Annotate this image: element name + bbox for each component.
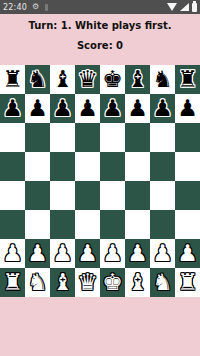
piece-black-king: ♚ xyxy=(102,65,123,94)
piece-white-pawn: ♟ xyxy=(27,239,48,268)
square-d6[interactable] xyxy=(75,123,100,152)
piece-black-pawn: ♟ xyxy=(152,94,173,123)
square-h7[interactable]: ♟ xyxy=(175,94,200,123)
square-b3[interactable] xyxy=(25,210,50,239)
square-d8[interactable]: ♛ xyxy=(75,65,100,94)
piece-black-bishop: ♝ xyxy=(52,65,73,94)
piece-white-pawn: ♟ xyxy=(2,239,23,268)
square-c5[interactable] xyxy=(50,152,75,181)
square-f7[interactable]: ♟ xyxy=(125,94,150,123)
square-f8[interactable]: ♝ xyxy=(125,65,150,94)
square-h6[interactable] xyxy=(175,123,200,152)
square-a7[interactable]: ♟ xyxy=(0,94,25,123)
square-g7[interactable]: ♟ xyxy=(150,94,175,123)
piece-white-pawn: ♟ xyxy=(102,239,123,268)
square-f4[interactable] xyxy=(125,181,150,210)
square-e8[interactable]: ♚ xyxy=(100,65,125,94)
piece-black-pawn: ♟ xyxy=(177,94,198,123)
square-d5[interactable] xyxy=(75,152,100,181)
piece-black-knight: ♞ xyxy=(27,65,48,94)
square-e2[interactable]: ♟ xyxy=(100,239,125,268)
square-g8[interactable]: ♞ xyxy=(150,65,175,94)
square-h5[interactable] xyxy=(175,152,200,181)
piece-white-pawn: ♟ xyxy=(152,239,173,268)
square-d3[interactable] xyxy=(75,210,100,239)
clock-time: 22:40 xyxy=(3,3,27,12)
piece-black-pawn: ♟ xyxy=(27,94,48,123)
square-a5[interactable] xyxy=(0,152,25,181)
piece-white-king: ♚ xyxy=(102,268,123,297)
square-c7[interactable]: ♟ xyxy=(50,94,75,123)
wifi-icon xyxy=(167,3,177,11)
square-g6[interactable] xyxy=(150,123,175,152)
gear-icon: ⚙ xyxy=(32,3,39,11)
square-e3[interactable] xyxy=(100,210,125,239)
square-c3[interactable] xyxy=(50,210,75,239)
piece-black-knight: ♞ xyxy=(152,65,173,94)
square-d1[interactable]: ♛ xyxy=(75,268,100,297)
score-indicator: Score: 0 xyxy=(0,40,200,51)
piece-white-queen: ♛ xyxy=(77,268,98,297)
square-b8[interactable]: ♞ xyxy=(25,65,50,94)
square-d2[interactable]: ♟ xyxy=(75,239,100,268)
square-a2[interactable]: ♟ xyxy=(0,239,25,268)
square-e4[interactable] xyxy=(100,181,125,210)
square-b1[interactable]: ♞ xyxy=(25,268,50,297)
piece-white-pawn: ♟ xyxy=(77,239,98,268)
square-f5[interactable] xyxy=(125,152,150,181)
piece-white-pawn: ♟ xyxy=(177,239,198,268)
square-a1[interactable]: ♜ xyxy=(0,268,25,297)
square-c1[interactable]: ♝ xyxy=(50,268,75,297)
piece-black-pawn: ♟ xyxy=(77,94,98,123)
square-f6[interactable] xyxy=(125,123,150,152)
square-e6[interactable] xyxy=(100,123,125,152)
square-c4[interactable] xyxy=(50,181,75,210)
square-f1[interactable]: ♝ xyxy=(125,268,150,297)
piece-white-knight: ♞ xyxy=(27,268,48,297)
square-b2[interactable]: ♟ xyxy=(25,239,50,268)
piece-black-pawn: ♟ xyxy=(102,94,123,123)
piece-white-bishop: ♝ xyxy=(52,268,73,297)
piece-white-knight: ♞ xyxy=(152,268,173,297)
piece-white-pawn: ♟ xyxy=(127,239,148,268)
chess-board: ♜♞♝♛♚♝♞♜♟♟♟♟♟♟♟♟♟♟♟♟♟♟♟♟♜♞♝♛♚♝♞♜ xyxy=(0,65,200,297)
square-b6[interactable] xyxy=(25,123,50,152)
piece-white-bishop: ♝ xyxy=(127,268,148,297)
cell-signal-icon xyxy=(180,3,189,11)
square-e5[interactable] xyxy=(100,152,125,181)
square-c6[interactable] xyxy=(50,123,75,152)
square-e1[interactable]: ♚ xyxy=(100,268,125,297)
square-a6[interactable] xyxy=(0,123,25,152)
piece-black-pawn: ♟ xyxy=(127,94,148,123)
square-h3[interactable] xyxy=(175,210,200,239)
square-c8[interactable]: ♝ xyxy=(50,65,75,94)
piece-black-pawn: ♟ xyxy=(52,94,73,123)
square-g1[interactable]: ♞ xyxy=(150,268,175,297)
battery-icon xyxy=(192,3,197,12)
game-header: Turn: 1. White plays first. Score: 0 xyxy=(0,20,200,51)
square-h2[interactable]: ♟ xyxy=(175,239,200,268)
notification-icon xyxy=(45,4,48,11)
square-b5[interactable] xyxy=(25,152,50,181)
piece-black-pawn: ♟ xyxy=(2,94,23,123)
piece-white-pawn: ♟ xyxy=(52,239,73,268)
piece-black-rook: ♜ xyxy=(2,65,23,94)
piece-white-rook: ♜ xyxy=(177,268,198,297)
piece-black-bishop: ♝ xyxy=(127,65,148,94)
turn-indicator: Turn: 1. White plays first. xyxy=(0,20,200,31)
square-d4[interactable] xyxy=(75,181,100,210)
square-a3[interactable] xyxy=(0,210,25,239)
piece-white-rook: ♜ xyxy=(2,268,23,297)
square-d7[interactable]: ♟ xyxy=(75,94,100,123)
status-bar: 22:40 ⚙ xyxy=(0,0,200,14)
square-g4[interactable] xyxy=(150,181,175,210)
square-h8[interactable]: ♜ xyxy=(175,65,200,94)
square-f2[interactable]: ♟ xyxy=(125,239,150,268)
square-c2[interactable]: ♟ xyxy=(50,239,75,268)
square-b7[interactable]: ♟ xyxy=(25,94,50,123)
square-a8[interactable]: ♜ xyxy=(0,65,25,94)
square-f3[interactable] xyxy=(125,210,150,239)
piece-black-rook: ♜ xyxy=(177,65,198,94)
square-h4[interactable] xyxy=(175,181,200,210)
square-b4[interactable] xyxy=(25,181,50,210)
square-e7[interactable]: ♟ xyxy=(100,94,125,123)
piece-black-queen: ♛ xyxy=(77,65,98,94)
square-g2[interactable]: ♟ xyxy=(150,239,175,268)
square-h1[interactable]: ♜ xyxy=(175,268,200,297)
square-a4[interactable] xyxy=(0,181,25,210)
square-g5[interactable] xyxy=(150,152,175,181)
square-g3[interactable] xyxy=(150,210,175,239)
